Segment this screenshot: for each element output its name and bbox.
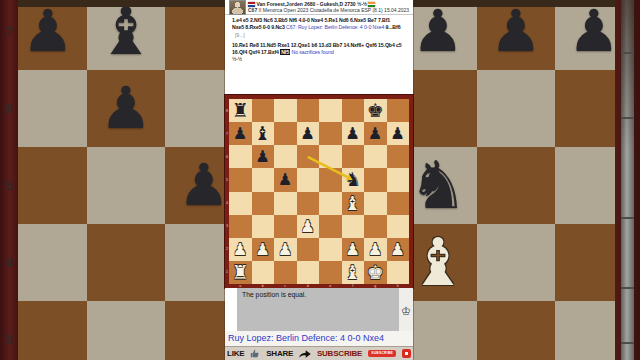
move-text[interactable]: [9...] bbox=[235, 32, 245, 38]
square-f8[interactable] bbox=[342, 99, 365, 122]
piece-white-k-g1[interactable]: ♚ bbox=[364, 261, 387, 284]
square-b1[interactable] bbox=[252, 261, 275, 284]
notation-line-6: ½-½ bbox=[232, 56, 407, 63]
square-a3[interactable] bbox=[229, 215, 252, 238]
square-g3[interactable] bbox=[364, 215, 387, 238]
piece-black-p-f7[interactable]: ♟ bbox=[342, 122, 365, 145]
bg-square-a6 bbox=[9, 70, 87, 147]
piece-white-p-d3[interactable]: ♟ bbox=[297, 215, 320, 238]
notation-line-2: Nxe5 8.Rxe5 0-0 9.Nc3 C67: Ruy Lopez: Be… bbox=[232, 24, 407, 31]
move-text[interactable]: 9...Bf6 bbox=[384, 24, 400, 30]
king-icon-column: ♔ bbox=[399, 288, 413, 331]
bg-square-g3 bbox=[477, 301, 555, 360]
bg-square-b4 bbox=[87, 224, 165, 301]
white-king-icon: ♔ bbox=[401, 305, 411, 318]
square-g5[interactable] bbox=[364, 168, 387, 191]
india-flag-icon bbox=[368, 2, 375, 7]
eco-code: C67 bbox=[248, 7, 257, 13]
piece-black-r-a8[interactable]: ♜ bbox=[229, 99, 252, 122]
pole-joint bbox=[621, 287, 634, 289]
chessbase-window: Van Foreest,Jorden 2680 - Gukesh,D 2730 … bbox=[225, 0, 413, 360]
video-frame: ♟♝♟♟♟♟♟♟♞♝♟ 76543 Van Foreest,Jorden 268… bbox=[0, 0, 640, 360]
pole-shadow bbox=[621, 0, 634, 150]
like-button[interactable]: LIKE bbox=[227, 349, 244, 358]
square-b5[interactable] bbox=[252, 168, 275, 191]
square-b4[interactable] bbox=[252, 192, 275, 215]
bg-square-a4 bbox=[9, 224, 87, 301]
piece-black-p-g7[interactable]: ♟ bbox=[364, 122, 387, 145]
move-text[interactable]: Nxe5 8.Rxe5 0-0 9.Nc3 bbox=[232, 24, 286, 30]
square-h4[interactable] bbox=[387, 192, 410, 215]
social-bar: LIKE SHARE SUBSCRIBE SUBSCRIBE bbox=[225, 346, 413, 360]
thumbs-up-icon[interactable] bbox=[250, 349, 260, 358]
square-c7[interactable] bbox=[274, 122, 297, 145]
bg-piece-b-b7: ♝ bbox=[87, 0, 165, 70]
share-arrow-icon[interactable] bbox=[299, 350, 311, 358]
piece-black-p-d7[interactable]: ♟ bbox=[297, 122, 320, 145]
coord-rank-5: 5 bbox=[225, 168, 228, 191]
header-text: Van Foreest,Jorden 2680 - Gukesh,D 2730 … bbox=[248, 0, 413, 13]
square-d4[interactable] bbox=[297, 192, 320, 215]
bg-square-g6 bbox=[477, 70, 555, 147]
player-photo bbox=[229, 0, 246, 15]
square-c1[interactable] bbox=[274, 261, 297, 284]
piece-white-p-a2[interactable]: ♟ bbox=[229, 238, 252, 261]
evaluation-text: The position is equal. bbox=[237, 288, 399, 302]
coord-rank-4: 4 bbox=[225, 192, 228, 215]
square-e4[interactable] bbox=[319, 192, 342, 215]
move-text[interactable]: 10.Re1 Re8 11.Nd5 Rxe1 12.Qxe1 b6 13.d3 … bbox=[232, 42, 402, 48]
subscribe-label[interactable]: SUBSCRIBE bbox=[317, 349, 362, 358]
netherlands-flag-icon bbox=[248, 2, 255, 7]
square-d8[interactable] bbox=[297, 99, 320, 122]
notation-panel[interactable]: 1.e4 e5 2.Nf3 Nc6 3.Bb5 Nf6 4.0-0 Nxe4 5… bbox=[225, 15, 413, 64]
piece-black-p-a7[interactable]: ♟ bbox=[229, 122, 252, 145]
move-text[interactable]: 16.Qf4 Qxf4 17.Bxf4 bbox=[232, 49, 280, 55]
square-e2[interactable] bbox=[319, 238, 342, 261]
pole-joint bbox=[621, 117, 634, 119]
coord-rank-6: 6 bbox=[225, 145, 228, 168]
game-header: Van Foreest,Jorden 2680 - Gukesh,D 2730 … bbox=[225, 0, 413, 15]
subscribe-button[interactable]: SUBSCRIBE bbox=[368, 350, 396, 357]
mini-board[interactable]: ♜♚♟♝♟♟♟♟♟♟♞♝♟♟♟♟♟♟♟♜♝♚87654321abcdefgh bbox=[229, 99, 409, 284]
square-e6[interactable] bbox=[319, 145, 342, 168]
bg-piece-p-b6: ♟ bbox=[87, 70, 165, 147]
bg-square-a3 bbox=[9, 301, 87, 360]
annotation-text[interactable]: No sacrifices found bbox=[292, 49, 334, 55]
square-h3[interactable] bbox=[387, 215, 410, 238]
bg-rank-label-6: 6 bbox=[0, 70, 18, 147]
square-a6[interactable] bbox=[229, 145, 252, 168]
coord-rank-3: 3 bbox=[225, 215, 228, 238]
youtube-icon[interactable] bbox=[402, 349, 411, 358]
square-f3[interactable] bbox=[342, 215, 365, 238]
square-e5[interactable] bbox=[319, 168, 342, 191]
bg-square-a5 bbox=[9, 147, 87, 224]
piece-black-p-b6[interactable]: ♟ bbox=[252, 145, 275, 168]
piece-black-b-b7[interactable]: ♝ bbox=[252, 122, 275, 145]
notation-line-4: 10.Re1 Re8 11.Nd5 Rxe1 12.Qxe1 b6 13.d3 … bbox=[232, 42, 407, 49]
square-e3[interactable] bbox=[319, 215, 342, 238]
piece-white-p-b2[interactable]: ♟ bbox=[252, 238, 275, 261]
bg-square-b5 bbox=[87, 147, 165, 224]
bg-square-b3 bbox=[87, 301, 165, 360]
bg-rank-label-3: 3 bbox=[0, 301, 18, 360]
pole-joint bbox=[621, 52, 634, 54]
evaluation-panel: The position is equal. ♔ bbox=[225, 288, 413, 331]
square-e8[interactable] bbox=[319, 99, 342, 122]
piece-black-p-c5[interactable]: ♟ bbox=[274, 168, 297, 191]
piece-white-b-f4[interactable]: ♝ bbox=[342, 192, 365, 215]
piece-white-p-c2[interactable]: ♟ bbox=[274, 238, 297, 261]
square-d1[interactable] bbox=[297, 261, 320, 284]
piece-white-r-a1[interactable]: ♜ bbox=[229, 261, 252, 284]
square-c6[interactable] bbox=[274, 145, 297, 168]
square-c8[interactable] bbox=[274, 99, 297, 122]
square-c3[interactable] bbox=[274, 215, 297, 238]
square-e1[interactable] bbox=[319, 261, 342, 284]
square-d6[interactable] bbox=[297, 145, 320, 168]
piece-white-b-f1[interactable]: ♝ bbox=[342, 261, 365, 284]
piece-white-p-h2[interactable]: ♟ bbox=[387, 238, 410, 261]
notation-line-1: 1.e4 e5 2.Nf3 Nc6 3.Bb5 Nf6 4.0-0 Nxe4 5… bbox=[232, 17, 407, 24]
square-h6[interactable] bbox=[387, 145, 410, 168]
pole-joint bbox=[621, 342, 634, 344]
square-a5[interactable] bbox=[229, 168, 252, 191]
square-f6[interactable] bbox=[342, 145, 365, 168]
piece-black-k-g8[interactable]: ♚ bbox=[364, 99, 387, 122]
bg-rank-label-5: 5 bbox=[0, 147, 18, 224]
opening-banner: Ruy Lopez: Berlin Defence: 4 0-0 Nxe4 bbox=[225, 331, 413, 346]
bg-piece-p-g7: ♟ bbox=[477, 0, 555, 70]
bg-rank-label-4: 4 bbox=[0, 224, 18, 301]
piece-white-p-f2[interactable]: ♟ bbox=[342, 238, 365, 261]
square-h1[interactable] bbox=[387, 261, 410, 284]
move-text[interactable]: ½-½ bbox=[232, 56, 242, 62]
annotation-text[interactable]: C67: Ruy Lopez: Berlin Defence: 4 0-0 Nx… bbox=[286, 24, 384, 30]
square-b8[interactable] bbox=[252, 99, 275, 122]
bg-square-g5 bbox=[477, 147, 555, 224]
current-move[interactable]: Nf5 bbox=[280, 49, 290, 55]
background-rank-strip: 76543 bbox=[0, 0, 18, 360]
evaluation-box: The position is equal. bbox=[237, 288, 399, 331]
notation-line-3: [9...] bbox=[232, 32, 407, 39]
share-button[interactable]: SHARE bbox=[266, 349, 293, 358]
square-d5[interactable] bbox=[297, 168, 320, 191]
event-text: II Menorca Open 2023 Ciutadella de Menor… bbox=[257, 7, 409, 13]
piece-black-n-f5[interactable]: ♞ bbox=[342, 168, 365, 191]
square-b3[interactable] bbox=[252, 215, 275, 238]
bg-rank-label-7: 7 bbox=[0, 0, 18, 70]
pole-joint bbox=[621, 217, 634, 219]
notation-line-5: 16.Qf4 Qxf4 17.Bxf4 Nf5 No sacrifices fo… bbox=[232, 49, 407, 56]
square-h5[interactable] bbox=[387, 168, 410, 191]
square-e7[interactable] bbox=[319, 122, 342, 145]
bg-piece-p-a7: ♟ bbox=[9, 0, 87, 70]
piece-black-p-h7[interactable]: ♟ bbox=[387, 122, 410, 145]
square-g4[interactable] bbox=[364, 192, 387, 215]
board-edge-pole bbox=[621, 0, 634, 360]
square-a4[interactable] bbox=[229, 192, 252, 215]
square-d2[interactable] bbox=[297, 238, 320, 261]
event-line: C67 II Menorca Open 2023 Ciutadella de M… bbox=[248, 7, 413, 13]
bg-square-g4 bbox=[477, 224, 555, 301]
square-g6[interactable] bbox=[364, 145, 387, 168]
move-text[interactable]: 1.e4 e5 2.Nf3 Nc6 3.Bb5 Nf6 4.0-0 Nxe4 5… bbox=[232, 17, 390, 23]
mini-board-frame: ♜♚♟♝♟♟♟♟♟♟♞♝♟♟♟♟♟♟♟♜♝♚87654321abcdefgh bbox=[225, 95, 413, 288]
piece-white-p-g2[interactable]: ♟ bbox=[364, 238, 387, 261]
square-c4[interactable] bbox=[274, 192, 297, 215]
square-h8[interactable] bbox=[387, 99, 410, 122]
